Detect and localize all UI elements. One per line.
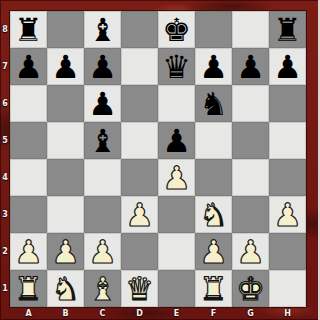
square-f8[interactable] <box>195 11 232 48</box>
square-e4[interactable]: ♟ <box>158 159 195 196</box>
file-label-B: B <box>47 307 84 319</box>
file-label-D: D <box>121 307 158 319</box>
square-d5[interactable] <box>121 122 158 159</box>
square-e2[interactable] <box>158 233 195 270</box>
white-pawn-e4: ♟ <box>158 159 195 196</box>
square-e5[interactable]: ♟ <box>158 122 195 159</box>
square-e8[interactable]: ♚ <box>158 11 195 48</box>
square-b7[interactable]: ♟ <box>47 48 84 85</box>
square-a7[interactable]: ♟ <box>10 48 47 85</box>
rank-label-2: 2 <box>0 233 10 270</box>
square-a5[interactable] <box>10 122 47 159</box>
square-d7[interactable] <box>121 48 158 85</box>
square-h4[interactable] <box>269 159 306 196</box>
square-e1[interactable] <box>158 270 195 307</box>
white-rook-f1: ♜ <box>195 270 232 307</box>
square-b4[interactable] <box>47 159 84 196</box>
file-label-H: H <box>269 307 306 319</box>
square-f2[interactable]: ♟ <box>195 233 232 270</box>
square-c8[interactable]: ♝ <box>84 11 121 48</box>
square-h6[interactable] <box>269 85 306 122</box>
black-bishop-c5: ♝ <box>84 122 121 159</box>
white-pawn-f2: ♟ <box>195 233 232 270</box>
black-pawn-a7: ♟ <box>10 48 47 85</box>
rank-label-8: 8 <box>0 11 10 48</box>
chess-diagram: 87654321 ♜♝♚♜♟♟♟♛♟♟♟♟♞♝♟♟♟♞♟♟♟♟♟♟♜♞♝♛♜♚ … <box>0 0 320 320</box>
rank-label-7: 7 <box>0 48 10 85</box>
black-king-e8: ♚ <box>158 11 195 48</box>
square-g5[interactable] <box>232 122 269 159</box>
square-h8[interactable]: ♜ <box>269 11 306 48</box>
white-pawn-c2: ♟ <box>84 233 121 270</box>
rank-label-3: 3 <box>0 196 10 233</box>
square-b8[interactable] <box>47 11 84 48</box>
black-knight-f6: ♞ <box>195 85 232 122</box>
white-bishop-c1: ♝ <box>84 270 121 307</box>
square-a2[interactable]: ♟ <box>10 233 47 270</box>
square-f7[interactable]: ♟ <box>195 48 232 85</box>
square-c3[interactable] <box>84 196 121 233</box>
square-f1[interactable]: ♜ <box>195 270 232 307</box>
white-pawn-h3: ♟ <box>269 196 306 233</box>
white-rook-a1: ♜ <box>10 270 47 307</box>
white-knight-b1: ♞ <box>47 270 84 307</box>
black-bishop-c8: ♝ <box>84 11 121 48</box>
square-h2[interactable] <box>269 233 306 270</box>
square-a4[interactable] <box>10 159 47 196</box>
white-pawn-g2: ♟ <box>232 233 269 270</box>
square-f5[interactable] <box>195 122 232 159</box>
black-pawn-c7: ♟ <box>84 48 121 85</box>
square-f4[interactable] <box>195 159 232 196</box>
rank-label-1: 1 <box>0 270 10 307</box>
square-f6[interactable]: ♞ <box>195 85 232 122</box>
chess-board: ♜♝♚♜♟♟♟♛♟♟♟♟♞♝♟♟♟♞♟♟♟♟♟♟♜♞♝♛♜♚ <box>10 11 306 307</box>
square-c5[interactable]: ♝ <box>84 122 121 159</box>
square-g4[interactable] <box>232 159 269 196</box>
square-a6[interactable] <box>10 85 47 122</box>
black-pawn-g7: ♟ <box>232 48 269 85</box>
square-c6[interactable]: ♟ <box>84 85 121 122</box>
white-king-g1: ♚ <box>232 270 269 307</box>
square-a8[interactable]: ♜ <box>10 11 47 48</box>
square-g2[interactable]: ♟ <box>232 233 269 270</box>
square-g1[interactable]: ♚ <box>232 270 269 307</box>
black-pawn-h7: ♟ <box>269 48 306 85</box>
square-g8[interactable] <box>232 11 269 48</box>
rank-label-4: 4 <box>0 159 10 196</box>
square-c4[interactable] <box>84 159 121 196</box>
square-e3[interactable] <box>158 196 195 233</box>
square-c7[interactable]: ♟ <box>84 48 121 85</box>
white-queen-d1: ♛ <box>121 270 158 307</box>
square-d2[interactable] <box>121 233 158 270</box>
black-rook-h8: ♜ <box>269 11 306 48</box>
rank-label-5: 5 <box>0 122 10 159</box>
black-queen-e7: ♛ <box>158 48 195 85</box>
file-label-E: E <box>158 307 195 319</box>
square-d6[interactable] <box>121 85 158 122</box>
square-f3[interactable]: ♞ <box>195 196 232 233</box>
square-h5[interactable] <box>269 122 306 159</box>
square-a3[interactable] <box>10 196 47 233</box>
square-h7[interactable]: ♟ <box>269 48 306 85</box>
square-e7[interactable]: ♛ <box>158 48 195 85</box>
square-b5[interactable] <box>47 122 84 159</box>
white-pawn-b2: ♟ <box>47 233 84 270</box>
square-h1[interactable] <box>269 270 306 307</box>
square-c2[interactable]: ♟ <box>84 233 121 270</box>
file-label-C: C <box>84 307 121 319</box>
square-h3[interactable]: ♟ <box>269 196 306 233</box>
square-b1[interactable]: ♞ <box>47 270 84 307</box>
square-g6[interactable] <box>232 85 269 122</box>
file-label-A: A <box>10 307 47 319</box>
rank-label-6: 6 <box>0 85 10 122</box>
rank-labels: 87654321 <box>0 11 10 307</box>
square-g7[interactable]: ♟ <box>232 48 269 85</box>
black-pawn-f7: ♟ <box>195 48 232 85</box>
file-label-F: F <box>195 307 232 319</box>
square-b6[interactable] <box>47 85 84 122</box>
square-a1[interactable]: ♜ <box>10 270 47 307</box>
square-g3[interactable] <box>232 196 269 233</box>
square-d1[interactable]: ♛ <box>121 270 158 307</box>
black-pawn-e5: ♟ <box>158 122 195 159</box>
square-d3[interactable]: ♟ <box>121 196 158 233</box>
square-b3[interactable] <box>47 196 84 233</box>
black-pawn-b7: ♟ <box>47 48 84 85</box>
white-knight-f3: ♞ <box>195 196 232 233</box>
square-c1[interactable]: ♝ <box>84 270 121 307</box>
square-d8[interactable] <box>121 11 158 48</box>
white-pawn-d3: ♟ <box>121 196 158 233</box>
black-rook-a8: ♜ <box>10 11 47 48</box>
file-label-G: G <box>232 307 269 319</box>
square-d4[interactable] <box>121 159 158 196</box>
file-labels: ABCDEFGH <box>10 307 306 319</box>
black-pawn-c6: ♟ <box>84 85 121 122</box>
square-b2[interactable]: ♟ <box>47 233 84 270</box>
square-e6[interactable] <box>158 85 195 122</box>
white-pawn-a2: ♟ <box>10 233 47 270</box>
